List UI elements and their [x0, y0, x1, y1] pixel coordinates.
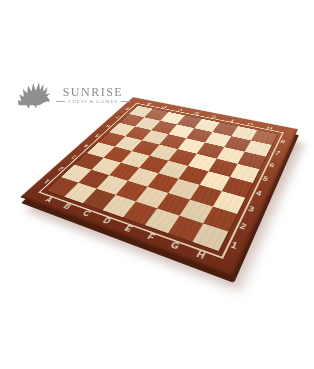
rank-label-6-left: 6 — [104, 124, 111, 129]
rank-label-7-left: 7 — [115, 115, 122, 119]
rank-label-1-right: 1 — [230, 240, 239, 250]
file-label-e-back: E — [210, 115, 217, 120]
rank-label-1-left: 1 — [42, 178, 51, 185]
file-label-b-front: B — [62, 202, 73, 210]
hedgehog-icon — [17, 80, 51, 110]
file-label-d-back: D — [193, 111, 200, 115]
file-label-c-front: C — [81, 209, 92, 217]
file-label-f-front: F — [146, 232, 157, 242]
file-label-c-back: C — [176, 108, 183, 112]
file-label-a-front: A — [44, 196, 55, 204]
file-label-g-back: G — [246, 122, 254, 127]
brand-logo: SUNRISE CHESS & GAMES — [17, 80, 130, 110]
file-label-h-front: H — [195, 249, 207, 260]
rank-label-3-right: 3 — [247, 205, 255, 213]
file-label-g-front: G — [169, 240, 181, 251]
file-label-b-back: B — [160, 105, 167, 109]
file-label-a-back: A — [145, 102, 152, 106]
file-label-d-front: D — [101, 216, 112, 225]
rank-label-7-right: 7 — [274, 150, 281, 156]
file-label-f-back: F — [228, 118, 235, 123]
product-photo: AA11BB22CC33DD44EE55FF66GG77HH88 SUNRISE… — [0, 0, 314, 369]
rank-label-5-left: 5 — [94, 133, 102, 138]
file-label-h-back: H — [266, 125, 274, 130]
rank-label-2-left: 2 — [57, 166, 66, 172]
brand-tagline: CHESS & GAMES — [56, 99, 130, 104]
rank-label-6-right: 6 — [268, 162, 275, 168]
rank-label-3-left: 3 — [70, 154, 78, 160]
rank-label-2-right: 2 — [239, 221, 248, 230]
rank-label-4-left: 4 — [82, 143, 90, 148]
rank-label-8-right: 8 — [280, 139, 286, 144]
brand-name: SUNRISE — [63, 86, 124, 99]
rank-label-4-right: 4 — [255, 189, 263, 197]
file-label-e-front: E — [123, 224, 134, 233]
brand-text-block: SUNRISE CHESS & GAMES — [56, 86, 130, 104]
rank-label-5-right: 5 — [262, 175, 269, 182]
